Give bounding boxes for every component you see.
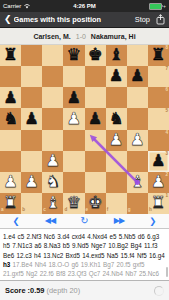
played-moves: 1.e4 c5 2.Nf3 Nc6 3.d4 cxd4 4.Nxd4 e5 5.… <box>3 233 165 259</box>
black-pawn[interactable]: ♟ <box>3 90 18 107</box>
battery-charging-indicator: + <box>163 3 166 9</box>
black-pawn[interactable]: ♟ <box>88 111 103 128</box>
white-rook[interactable]: ♜ <box>3 195 18 212</box>
square-f5[interactable]: ♞ <box>106 108 127 129</box>
square-f8[interactable]: ♝ <box>106 45 127 66</box>
square-c3[interactable]: ♟ <box>42 151 63 172</box>
black-rook[interactable]: ♜ <box>3 47 18 64</box>
game-header: Carlsen, M. 1-0 Nakamura, Hi <box>0 28 169 45</box>
page-title[interactable]: Games with this position <box>14 15 133 24</box>
square-h5[interactable]: 5 <box>148 108 169 129</box>
square-h6[interactable]: 6 <box>148 87 169 108</box>
white-pawn[interactable]: ♟ <box>130 132 145 149</box>
engine-variation: 17.Be4 Nh4 18.O-O g6 19.Kh1 Bg7 20.f5 gx… <box>3 261 160 280</box>
scrollbar[interactable] <box>166 267 168 277</box>
square-g8[interactable] <box>127 45 148 66</box>
square-g7[interactable]: ♟ <box>127 66 148 87</box>
white-rook[interactable]: ♜ <box>151 195 166 212</box>
square-b2[interactable]: ♟ <box>21 172 42 193</box>
square-e4[interactable] <box>85 130 106 151</box>
square-b1[interactable]: b <box>21 193 42 214</box>
black-pawn[interactable]: ♟ <box>109 68 124 85</box>
square-a7[interactable] <box>0 66 21 87</box>
square-a4[interactable] <box>0 130 21 151</box>
square-b4[interactable] <box>21 130 42 151</box>
activity-spinner-icon <box>154 286 164 296</box>
square-e7[interactable] <box>85 66 106 87</box>
square-c4[interactable] <box>42 130 63 151</box>
forward-to-end-button[interactable]: ▶▶ <box>114 214 124 228</box>
white-queen[interactable]: ♛ <box>67 195 82 212</box>
square-h7[interactable]: 7 <box>148 66 169 87</box>
reload-icon[interactable]: ↻ <box>80 214 88 228</box>
file-label: g <box>128 208 131 213</box>
black-pawn[interactable]: ♟ <box>67 90 82 107</box>
square-d8[interactable]: ♛ <box>63 45 84 66</box>
navigation-bar: ❮ Games with this position Stop <box>0 12 169 28</box>
square-e8[interactable]: ♚ <box>85 45 106 66</box>
square-g6[interactable] <box>127 87 148 108</box>
board-area: ♜♛♚♝♜8♟♟7♟♟6♞♟♟♟♞5♟♟4♟♟3♟♟♞♝♟2♜ab♝c♛d♚ef… <box>0 45 169 214</box>
square-b7[interactable] <box>21 66 42 87</box>
white-knight[interactable]: ♞ <box>45 174 60 191</box>
square-d7[interactable] <box>63 66 84 87</box>
wifi-icon <box>23 3 31 9</box>
move-toolbar: ❮ ◀◀ ↻ ▶▶ ❯ <box>0 214 169 229</box>
score-label: Score : <box>5 286 30 295</box>
square-h3[interactable]: ♟3 <box>148 151 169 172</box>
square-a6[interactable]: ♟ <box>0 87 21 108</box>
square-f2[interactable] <box>106 172 127 193</box>
carrier-label: Carrier <box>3 3 21 9</box>
square-g3[interactable] <box>127 151 148 172</box>
white-pawn[interactable]: ♟ <box>24 174 39 191</box>
square-c6[interactable] <box>42 87 63 108</box>
square-e2[interactable] <box>85 172 106 193</box>
black-pawn[interactable]: ♟ <box>130 68 145 85</box>
square-e5[interactable]: ♟ <box>85 108 106 129</box>
square-c2[interactable]: ♞ <box>42 172 63 193</box>
rank-label: 7 <box>165 67 168 72</box>
square-f7[interactable]: ♟ <box>106 66 127 87</box>
square-b3[interactable] <box>21 151 42 172</box>
square-g1[interactable]: g <box>127 193 148 214</box>
square-b8[interactable] <box>21 45 42 66</box>
square-c1[interactable]: ♝c <box>42 193 63 214</box>
engine-score-bar: Score : 0.59 (depth 20) <box>0 280 169 300</box>
square-g5[interactable] <box>127 108 148 129</box>
white-pawn[interactable]: ♟ <box>151 174 166 191</box>
depth-label: (depth 20) <box>46 286 80 295</box>
stop-button[interactable]: Stop <box>135 15 150 24</box>
black-pawn[interactable]: ♟ <box>24 111 39 128</box>
chess-board: ♜♛♚♝♜8♟♟7♟♟6♞♟♟♟♞5♟♟4♟♟3♟♟♞♝♟2♜ab♝c♛d♚ef… <box>0 45 169 214</box>
black-knight[interactable]: ♞ <box>109 111 124 128</box>
game-result: 1-0 <box>76 33 86 40</box>
black-player-name: Nakamura, Hi <box>91 33 136 40</box>
rewind-to-start-button[interactable]: ◀◀ <box>45 214 55 228</box>
black-queen[interactable]: ♛ <box>67 47 82 64</box>
back-chevron-icon[interactable]: ❮ <box>4 12 12 27</box>
current-move: h3 <box>3 261 10 268</box>
square-a8[interactable]: ♜ <box>0 45 21 66</box>
square-b5[interactable]: ♟ <box>21 108 42 129</box>
black-rook[interactable]: ♜ <box>151 47 166 64</box>
square-d6[interactable]: ♟ <box>63 87 84 108</box>
white-pawn[interactable]: ♟ <box>45 153 60 170</box>
square-f4[interactable]: ♟ <box>106 130 127 151</box>
white-bishop[interactable]: ♝ <box>130 174 145 191</box>
square-g4[interactable]: ♟ <box>127 130 148 151</box>
square-g2[interactable]: ♝ <box>127 172 148 193</box>
rank-label: 5 <box>165 109 168 114</box>
previous-move-button[interactable]: ❮ <box>13 214 20 228</box>
black-bishop[interactable]: ♝ <box>109 47 124 64</box>
move-list[interactable]: 1.e4 c5 2.Nf3 Nc6 3.d4 cxd4 4.Nxd4 e5 5.… <box>0 229 169 280</box>
square-h1[interactable]: ♜1h <box>148 193 169 214</box>
white-player-name: Carlsen, M. <box>33 33 70 40</box>
square-e1[interactable]: ♚e <box>85 193 106 214</box>
square-e6[interactable] <box>85 87 106 108</box>
square-e3[interactable] <box>85 151 106 172</box>
square-d2[interactable] <box>63 172 84 193</box>
square-d1[interactable]: ♛d <box>63 193 84 214</box>
square-a5[interactable]: ♞ <box>0 108 21 129</box>
share-icon[interactable] <box>156 14 165 25</box>
square-f1[interactable]: f <box>106 193 127 214</box>
white-pawn[interactable]: ♟ <box>3 174 18 191</box>
file-label: b <box>22 208 25 213</box>
square-c8[interactable] <box>42 45 63 66</box>
next-move-button[interactable]: ❯ <box>149 214 156 228</box>
black-king[interactable]: ♚ <box>88 47 103 64</box>
white-king[interactable]: ♚ <box>88 195 103 212</box>
square-h4[interactable]: 4 <box>148 130 169 151</box>
black-pawn[interactable]: ♟ <box>151 153 166 170</box>
battery-icon <box>149 3 162 10</box>
square-f3[interactable] <box>106 151 127 172</box>
rank-label: 4 <box>165 131 168 136</box>
square-d4[interactable] <box>63 130 84 151</box>
square-h2[interactable]: ♟2 <box>148 172 169 193</box>
square-h8[interactable]: ♜8 <box>148 45 169 66</box>
square-d3[interactable] <box>63 151 84 172</box>
square-c7[interactable] <box>42 66 63 87</box>
rank-label: 6 <box>165 88 168 93</box>
square-a1[interactable]: ♜a <box>0 193 21 214</box>
white-bishop[interactable]: ♝ <box>45 195 60 212</box>
square-f6[interactable] <box>106 87 127 108</box>
score-value: 0.59 <box>30 286 44 295</box>
white-pawn[interactable]: ♟ <box>109 132 124 149</box>
square-d5[interactable]: ♟ <box>63 108 84 129</box>
file-label: f <box>107 208 109 213</box>
app-window: Carrier 4:26 PM + ❮ Games with this posi… <box>0 0 169 300</box>
square-c5[interactable] <box>42 108 63 129</box>
square-b6[interactable] <box>21 87 42 108</box>
white-pawn[interactable]: ♟ <box>67 111 82 128</box>
square-a2[interactable]: ♟ <box>0 172 21 193</box>
clock: 4:26 PM <box>55 3 114 9</box>
square-a3[interactable] <box>0 151 21 172</box>
black-knight[interactable]: ♞ <box>3 111 18 128</box>
status-bar: Carrier 4:26 PM + <box>0 0 169 12</box>
